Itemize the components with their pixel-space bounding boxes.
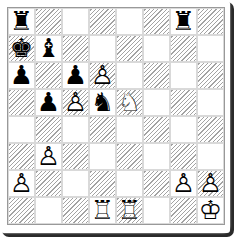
square-a6[interactable]: ♟ — [8, 62, 35, 89]
square-a3[interactable] — [8, 143, 35, 170]
square-b3[interactable]: ♟♙ — [35, 143, 62, 170]
piece-glyph: ♟ — [62, 62, 89, 89]
square-c4[interactable] — [62, 116, 89, 143]
white-pawn-b3: ♟♙ — [35, 143, 62, 170]
square-h4[interactable] — [197, 116, 224, 143]
square-e3[interactable] — [116, 143, 143, 170]
piece-outline-layer: ♙ — [170, 170, 197, 197]
square-c1[interactable] — [62, 197, 89, 224]
piece-outline-layer: ♙ — [8, 170, 35, 197]
square-a2[interactable]: ♟♙ — [8, 170, 35, 197]
white-pawn-a2: ♟♙ — [8, 170, 35, 197]
piece-outline-layer: ♔ — [197, 197, 224, 224]
piece-outline-layer: ♖ — [89, 197, 116, 224]
square-h5[interactable] — [197, 89, 224, 116]
square-f7[interactable] — [143, 35, 170, 62]
piece-outline-layer: ♖ — [116, 197, 143, 224]
square-h6[interactable] — [197, 62, 224, 89]
piece-outline-layer: ♙ — [197, 170, 224, 197]
square-a5[interactable] — [8, 89, 35, 116]
square-h8[interactable] — [197, 8, 224, 35]
square-d5[interactable]: ♞ — [89, 89, 116, 116]
square-h3[interactable] — [197, 143, 224, 170]
piece-outline-layer: ♙ — [62, 89, 89, 116]
piece-outline-layer: ♙ — [35, 143, 62, 170]
piece-glyph: ♟ — [35, 89, 62, 116]
chess-diagram-frame: ♜♜♚♝♟♟♟♙♟♟♙♞♞♘♟♙♟♙♟♙♟♙♜♖♜♖♚♔ — [1, 1, 230, 233]
square-f6[interactable] — [143, 62, 170, 89]
black-knight-d5: ♞ — [89, 89, 116, 116]
white-rook-d1: ♜♖ — [89, 197, 116, 224]
square-c2[interactable] — [62, 170, 89, 197]
square-a8[interactable]: ♜ — [8, 8, 35, 35]
square-e6[interactable] — [116, 62, 143, 89]
square-g6[interactable] — [170, 62, 197, 89]
square-h7[interactable] — [197, 35, 224, 62]
square-f3[interactable] — [143, 143, 170, 170]
piece-glyph: ♝ — [35, 35, 62, 62]
square-e7[interactable] — [116, 35, 143, 62]
square-d1[interactable]: ♜♖ — [89, 197, 116, 224]
square-f5[interactable] — [143, 89, 170, 116]
white-knight-e5: ♞♘ — [116, 89, 143, 116]
page: ♜♜♚♝♟♟♟♙♟♟♙♞♞♘♟♙♟♙♟♙♟♙♜♖♜♖♚♔ — [0, 0, 239, 244]
square-e5[interactable]: ♞♘ — [116, 89, 143, 116]
white-pawn-c5: ♟♙ — [62, 89, 89, 116]
square-f1[interactable] — [143, 197, 170, 224]
piece-glyph: ♞ — [89, 89, 116, 116]
square-f8[interactable] — [143, 8, 170, 35]
black-pawn-b5: ♟ — [35, 89, 62, 116]
square-c3[interactable] — [62, 143, 89, 170]
square-b5[interactable]: ♟ — [35, 89, 62, 116]
square-a1[interactable] — [8, 197, 35, 224]
square-b7[interactable]: ♝ — [35, 35, 62, 62]
piece-outline-layer: ♘ — [116, 89, 143, 116]
square-g1[interactable] — [170, 197, 197, 224]
square-c7[interactable] — [62, 35, 89, 62]
piece-glyph: ♜ — [8, 8, 35, 35]
square-h1[interactable]: ♚♔ — [197, 197, 224, 224]
square-g7[interactable] — [170, 35, 197, 62]
piece-glyph: ♜ — [170, 8, 197, 35]
square-e2[interactable] — [116, 170, 143, 197]
square-g4[interactable] — [170, 116, 197, 143]
black-bishop-b7: ♝ — [35, 35, 62, 62]
black-king-a7: ♚ — [8, 35, 35, 62]
square-g5[interactable] — [170, 89, 197, 116]
black-pawn-a6: ♟ — [8, 62, 35, 89]
square-h2[interactable]: ♟♙ — [197, 170, 224, 197]
square-g2[interactable]: ♟♙ — [170, 170, 197, 197]
square-d3[interactable] — [89, 143, 116, 170]
square-b1[interactable] — [35, 197, 62, 224]
square-d4[interactable] — [89, 116, 116, 143]
chess-board: ♜♜♚♝♟♟♟♙♟♟♙♞♞♘♟♙♟♙♟♙♟♙♜♖♜♖♚♔ — [7, 7, 225, 225]
square-c5[interactable]: ♟♙ — [62, 89, 89, 116]
square-f4[interactable] — [143, 116, 170, 143]
white-rook-e1: ♜♖ — [116, 197, 143, 224]
square-d2[interactable] — [89, 170, 116, 197]
square-c8[interactable] — [62, 8, 89, 35]
square-g8[interactable]: ♜ — [170, 8, 197, 35]
square-a7[interactable]: ♚ — [8, 35, 35, 62]
square-g3[interactable] — [170, 143, 197, 170]
square-c6[interactable]: ♟ — [62, 62, 89, 89]
piece-glyph: ♟ — [8, 62, 35, 89]
square-b8[interactable] — [35, 8, 62, 35]
square-d7[interactable] — [89, 35, 116, 62]
white-king-h1: ♚♔ — [197, 197, 224, 224]
square-b6[interactable] — [35, 62, 62, 89]
square-a4[interactable] — [8, 116, 35, 143]
square-e1[interactable]: ♜♖ — [116, 197, 143, 224]
white-pawn-d6: ♟♙ — [89, 62, 116, 89]
white-pawn-h2: ♟♙ — [197, 170, 224, 197]
black-rook-g8: ♜ — [170, 8, 197, 35]
square-d8[interactable] — [89, 8, 116, 35]
black-rook-a8: ♜ — [8, 8, 35, 35]
square-e8[interactable] — [116, 8, 143, 35]
black-pawn-c6: ♟ — [62, 62, 89, 89]
square-b4[interactable] — [35, 116, 62, 143]
square-d6[interactable]: ♟♙ — [89, 62, 116, 89]
square-f2[interactable] — [143, 170, 170, 197]
square-b2[interactable] — [35, 170, 62, 197]
white-pawn-g2: ♟♙ — [170, 170, 197, 197]
piece-glyph: ♚ — [8, 35, 35, 62]
square-e4[interactable] — [116, 116, 143, 143]
piece-outline-layer: ♙ — [89, 62, 116, 89]
